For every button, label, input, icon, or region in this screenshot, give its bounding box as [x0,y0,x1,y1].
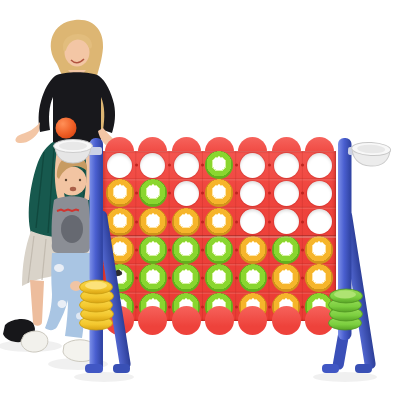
product-photo-giant-connect-four: { "game": "connect-four", "variant": "Gi… [0,0,400,400]
yellow-ring-stack [80,280,114,330]
right-post-assembly [322,138,376,373]
shadow [313,372,377,382]
green-ring-stack [329,289,363,330]
shadow [74,372,134,382]
left-rear-foot [113,364,130,373]
left-front-post [90,138,104,372]
frame-and-accessories [0,0,400,400]
left-front-foot [85,364,103,373]
right-front-foot [322,364,339,373]
right-ball-tray [347,141,391,167]
orange-ball [56,118,77,139]
right-rear-foot [355,364,372,373]
left-post-assembly [80,138,132,373]
